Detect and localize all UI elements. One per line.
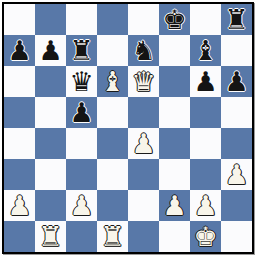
white-rook[interactable]: ♜ — [38, 221, 62, 252]
white-pawn[interactable]: ♟ — [69, 190, 93, 221]
square-e6[interactable]: ♛ — [128, 66, 159, 97]
square-b6[interactable] — [35, 66, 66, 97]
white-bishop[interactable]: ♝ — [100, 66, 124, 97]
square-c3[interactable] — [66, 159, 97, 190]
white-king[interactable]: ♚ — [193, 221, 217, 252]
white-rook[interactable]: ♜ — [100, 221, 124, 252]
black-pawn[interactable]: ♟ — [224, 66, 248, 97]
square-a8[interactable] — [4, 4, 35, 35]
square-b5[interactable] — [35, 97, 66, 128]
square-e1[interactable] — [128, 221, 159, 252]
black-queen[interactable]: ♛ — [69, 66, 93, 97]
square-f4[interactable] — [159, 128, 190, 159]
black-knight[interactable]: ♞ — [131, 35, 155, 66]
square-c4[interactable] — [66, 128, 97, 159]
square-a6[interactable] — [4, 66, 35, 97]
square-a7[interactable]: ♟ — [4, 35, 35, 66]
square-f7[interactable] — [159, 35, 190, 66]
square-g1[interactable]: ♚ — [190, 221, 221, 252]
black-bishop[interactable]: ♝ — [193, 35, 217, 66]
square-g8[interactable] — [190, 4, 221, 35]
square-d1[interactable]: ♜ — [97, 221, 128, 252]
square-b7[interactable]: ♟ — [35, 35, 66, 66]
square-a5[interactable] — [4, 97, 35, 128]
square-g4[interactable] — [190, 128, 221, 159]
white-pawn[interactable]: ♟ — [131, 128, 155, 159]
black-king[interactable]: ♚ — [162, 4, 186, 35]
square-c5[interactable]: ♟ — [66, 97, 97, 128]
square-b3[interactable] — [35, 159, 66, 190]
square-d6[interactable]: ♝ — [97, 66, 128, 97]
square-f8[interactable]: ♚ — [159, 4, 190, 35]
square-c6[interactable]: ♛ — [66, 66, 97, 97]
square-a4[interactable] — [4, 128, 35, 159]
square-b4[interactable] — [35, 128, 66, 159]
square-g6[interactable]: ♟ — [190, 66, 221, 97]
square-g2[interactable]: ♟ — [190, 190, 221, 221]
square-b1[interactable]: ♜ — [35, 221, 66, 252]
white-pawn[interactable]: ♟ — [162, 190, 186, 221]
black-pawn[interactable]: ♟ — [193, 66, 217, 97]
square-e5[interactable] — [128, 97, 159, 128]
square-d2[interactable] — [97, 190, 128, 221]
chess-board: ♚♜♟♟♜♞♝♛♝♛♟♟♟♟♟♟♟♟♟♜♜♚ — [4, 4, 252, 252]
square-c7[interactable]: ♜ — [66, 35, 97, 66]
black-rook[interactable]: ♜ — [69, 35, 93, 66]
white-pawn[interactable]: ♟ — [7, 190, 31, 221]
square-f5[interactable] — [159, 97, 190, 128]
square-h1[interactable] — [221, 221, 252, 252]
square-e3[interactable] — [128, 159, 159, 190]
square-e2[interactable] — [128, 190, 159, 221]
black-pawn[interactable]: ♟ — [7, 35, 31, 66]
white-queen[interactable]: ♛ — [131, 66, 155, 97]
square-d5[interactable] — [97, 97, 128, 128]
square-a2[interactable]: ♟ — [4, 190, 35, 221]
square-e4[interactable]: ♟ — [128, 128, 159, 159]
black-rook[interactable]: ♜ — [224, 4, 248, 35]
square-g5[interactable] — [190, 97, 221, 128]
square-h2[interactable] — [221, 190, 252, 221]
square-h8[interactable]: ♜ — [221, 4, 252, 35]
square-d8[interactable] — [97, 4, 128, 35]
white-pawn[interactable]: ♟ — [224, 159, 248, 190]
square-f3[interactable] — [159, 159, 190, 190]
square-c1[interactable] — [66, 221, 97, 252]
square-e8[interactable] — [128, 4, 159, 35]
square-f6[interactable] — [159, 66, 190, 97]
page: ♚♜♟♟♜♞♝♛♝♛♟♟♟♟♟♟♟♟♟♜♜♚ — [0, 0, 258, 258]
square-h6[interactable]: ♟ — [221, 66, 252, 97]
square-c2[interactable]: ♟ — [66, 190, 97, 221]
chess-board-frame: ♚♜♟♟♜♞♝♛♝♛♟♟♟♟♟♟♟♟♟♜♜♚ — [2, 2, 254, 254]
square-h5[interactable] — [221, 97, 252, 128]
square-d4[interactable] — [97, 128, 128, 159]
square-a3[interactable] — [4, 159, 35, 190]
square-h3[interactable]: ♟ — [221, 159, 252, 190]
square-b8[interactable] — [35, 4, 66, 35]
square-d7[interactable] — [97, 35, 128, 66]
square-h4[interactable] — [221, 128, 252, 159]
black-pawn[interactable]: ♟ — [38, 35, 62, 66]
square-h7[interactable] — [221, 35, 252, 66]
white-pawn[interactable]: ♟ — [193, 190, 217, 221]
square-a1[interactable] — [4, 221, 35, 252]
square-f1[interactable] — [159, 221, 190, 252]
black-pawn[interactable]: ♟ — [69, 97, 93, 128]
square-d3[interactable] — [97, 159, 128, 190]
square-g3[interactable] — [190, 159, 221, 190]
square-f2[interactable]: ♟ — [159, 190, 190, 221]
square-c8[interactable] — [66, 4, 97, 35]
square-b2[interactable] — [35, 190, 66, 221]
square-e7[interactable]: ♞ — [128, 35, 159, 66]
square-g7[interactable]: ♝ — [190, 35, 221, 66]
